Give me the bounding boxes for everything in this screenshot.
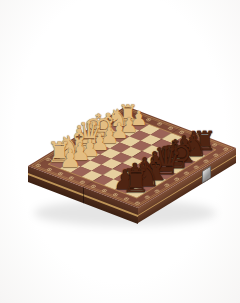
fold-joint-line [83,187,84,203]
product-photo: ♜♟♟♜♞♟♟♞♝♟♟♝♚♟♟♚♛♟♟♛♝♟♟♝♞♟♟♞♜♟♟♜ [0,0,240,303]
